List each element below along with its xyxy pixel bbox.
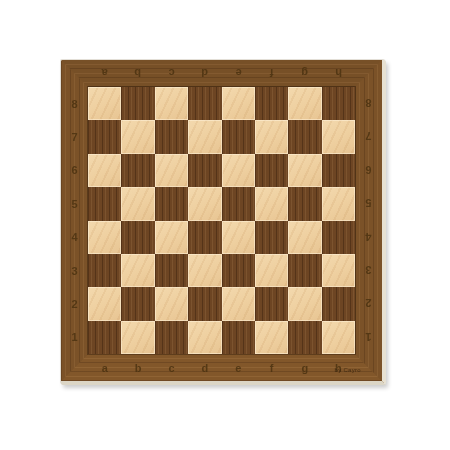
rank-label-right-6: 6 bbox=[355, 154, 382, 187]
file-label-top-a: a bbox=[88, 60, 121, 87]
square-f2 bbox=[255, 287, 288, 320]
rank-label-left-2: 2 bbox=[61, 287, 88, 320]
square-c3 bbox=[155, 254, 188, 287]
rank-label-left-5: 5 bbox=[61, 187, 88, 220]
square-g7 bbox=[288, 120, 321, 153]
rank-label-right-5: 5 bbox=[355, 187, 382, 220]
square-g4 bbox=[288, 221, 321, 254]
square-g1 bbox=[288, 321, 321, 354]
square-d6 bbox=[188, 154, 221, 187]
square-d7 bbox=[188, 120, 221, 153]
rank-label-left-4: 4 bbox=[61, 221, 88, 254]
rank-label-left-3: 3 bbox=[61, 254, 88, 287]
square-g6 bbox=[288, 154, 321, 187]
square-e2 bbox=[222, 287, 255, 320]
square-d8 bbox=[188, 87, 221, 120]
rank-label-right-3: 3 bbox=[355, 254, 382, 287]
square-c1 bbox=[155, 321, 188, 354]
square-b1 bbox=[121, 321, 154, 354]
square-f6 bbox=[255, 154, 288, 187]
file-label-top-g: g bbox=[288, 60, 321, 87]
file-label-top-d: d bbox=[188, 60, 221, 87]
square-b5 bbox=[121, 187, 154, 220]
rank-label-right-8: 8 bbox=[355, 87, 382, 120]
file-label-bottom-g: g bbox=[288, 354, 321, 381]
square-e3 bbox=[222, 254, 255, 287]
square-a7 bbox=[88, 120, 121, 153]
rank-label-left-6: 6 bbox=[61, 154, 88, 187]
rank-label-left-7: 7 bbox=[61, 120, 88, 153]
square-a5 bbox=[88, 187, 121, 220]
file-label-bottom-e: e bbox=[222, 354, 255, 381]
square-g2 bbox=[288, 287, 321, 320]
square-c2 bbox=[155, 287, 188, 320]
rank-label-left-8: 8 bbox=[61, 87, 88, 120]
square-h8 bbox=[322, 87, 355, 120]
rank-label-right-1: 1 bbox=[355, 321, 382, 354]
square-f5 bbox=[255, 187, 288, 220]
square-c5 bbox=[155, 187, 188, 220]
square-f1 bbox=[255, 321, 288, 354]
chess-board: abcdefgh abcdefgh 87654321 87654321 by C… bbox=[61, 60, 386, 385]
rank-labels-right: 87654321 bbox=[355, 87, 382, 354]
file-labels-top: abcdefgh bbox=[88, 60, 355, 87]
square-d5 bbox=[188, 187, 221, 220]
page-background: abcdefgh abcdefgh 87654321 87654321 by C… bbox=[0, 0, 450, 450]
file-label-top-e: e bbox=[222, 60, 255, 87]
square-e4 bbox=[222, 221, 255, 254]
square-f3 bbox=[255, 254, 288, 287]
file-label-top-h: h bbox=[322, 60, 355, 87]
square-e5 bbox=[222, 187, 255, 220]
square-h2 bbox=[322, 287, 355, 320]
square-b4 bbox=[121, 221, 154, 254]
square-h5 bbox=[322, 187, 355, 220]
square-b2 bbox=[121, 287, 154, 320]
board-squares bbox=[88, 87, 355, 354]
file-labels-bottom: abcdefgh bbox=[88, 354, 355, 381]
square-c8 bbox=[155, 87, 188, 120]
square-f4 bbox=[255, 221, 288, 254]
file-label-top-c: c bbox=[155, 60, 188, 87]
square-g8 bbox=[288, 87, 321, 120]
square-g5 bbox=[288, 187, 321, 220]
square-f7 bbox=[255, 120, 288, 153]
file-label-bottom-f: f bbox=[255, 354, 288, 381]
square-d4 bbox=[188, 221, 221, 254]
file-label-bottom-b: b bbox=[121, 354, 154, 381]
square-h6 bbox=[322, 154, 355, 187]
square-a2 bbox=[88, 287, 121, 320]
square-h3 bbox=[322, 254, 355, 287]
rank-labels-left: 87654321 bbox=[61, 87, 88, 354]
square-c7 bbox=[155, 120, 188, 153]
rank-label-right-7: 7 bbox=[355, 120, 382, 153]
square-b6 bbox=[121, 154, 154, 187]
square-b7 bbox=[121, 120, 154, 153]
square-d1 bbox=[188, 321, 221, 354]
square-g3 bbox=[288, 254, 321, 287]
square-c6 bbox=[155, 154, 188, 187]
square-a4 bbox=[88, 221, 121, 254]
square-e8 bbox=[222, 87, 255, 120]
square-h1 bbox=[322, 321, 355, 354]
square-h7 bbox=[322, 120, 355, 153]
square-c4 bbox=[155, 221, 188, 254]
brand-label: by Cayro bbox=[335, 367, 361, 373]
rank-label-left-1: 1 bbox=[61, 321, 88, 354]
file-label-top-b: b bbox=[121, 60, 154, 87]
square-e1 bbox=[222, 321, 255, 354]
square-e7 bbox=[222, 120, 255, 153]
rank-label-right-2: 2 bbox=[355, 287, 382, 320]
file-label-bottom-d: d bbox=[188, 354, 221, 381]
square-e6 bbox=[222, 154, 255, 187]
square-a8 bbox=[88, 87, 121, 120]
square-d3 bbox=[188, 254, 221, 287]
square-h4 bbox=[322, 221, 355, 254]
square-b8 bbox=[121, 87, 154, 120]
file-label-top-f: f bbox=[255, 60, 288, 87]
square-b3 bbox=[121, 254, 154, 287]
square-a6 bbox=[88, 154, 121, 187]
square-d2 bbox=[188, 287, 221, 320]
rank-label-right-4: 4 bbox=[355, 221, 382, 254]
file-label-bottom-a: a bbox=[88, 354, 121, 381]
square-a1 bbox=[88, 321, 121, 354]
square-f8 bbox=[255, 87, 288, 120]
file-label-bottom-c: c bbox=[155, 354, 188, 381]
square-a3 bbox=[88, 254, 121, 287]
